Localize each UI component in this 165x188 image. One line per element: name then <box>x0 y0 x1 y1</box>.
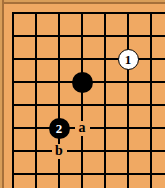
board-frame-left <box>2 0 4 188</box>
mark-a: a <box>75 121 90 136</box>
stone-number: 1 <box>125 53 132 66</box>
grid-vline-7 <box>150 12 152 188</box>
grid-vline-3 <box>58 12 60 188</box>
white-stone-1: 1 <box>118 49 139 70</box>
mark-b: b <box>52 144 67 159</box>
grid-vline-2 <box>35 12 37 188</box>
grid-vline-6 <box>127 12 129 188</box>
grid-hline-3 <box>12 58 165 60</box>
grid-hline-8 <box>12 173 165 175</box>
black-stone-2: 2 <box>49 118 70 139</box>
stone-number: 2 <box>56 122 63 135</box>
go-board-diagram: ab12 <box>0 0 165 188</box>
grid-hline-5 <box>12 104 165 106</box>
grid-hline-7 <box>12 150 165 152</box>
board-frame-top <box>0 2 165 4</box>
grid-vline-4 <box>81 12 83 188</box>
grid-vline-5 <box>104 12 106 188</box>
grid-hline-2 <box>12 35 165 37</box>
grid-hline-1 <box>12 12 165 14</box>
black-stone <box>72 72 93 93</box>
grid-vline-1 <box>12 12 14 188</box>
